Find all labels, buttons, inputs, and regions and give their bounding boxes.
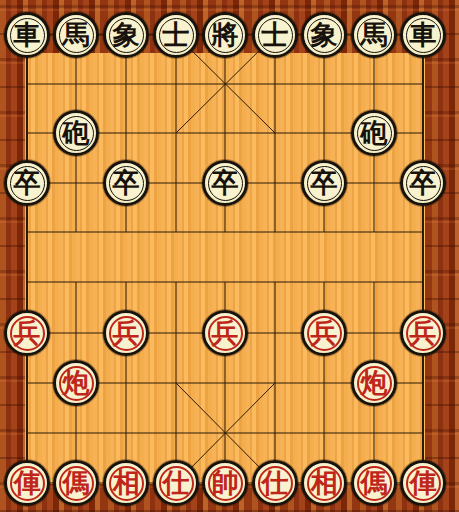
piece-glyph-advisor: 仕 bbox=[156, 463, 196, 503]
piece-red-cannon[interactable]: 炮 bbox=[53, 360, 99, 406]
piece-red-horse[interactable]: 傌 bbox=[351, 460, 397, 506]
piece-glyph-elephant: 象 bbox=[106, 15, 146, 55]
piece-black-soldier[interactable]: 卒 bbox=[301, 160, 347, 206]
piece-glyph-advisor: 仕 bbox=[255, 463, 295, 503]
piece-glyph-soldier: 卒 bbox=[304, 163, 344, 203]
piece-glyph-advisor: 士 bbox=[255, 15, 295, 55]
piece-glyph-elephant: 相 bbox=[304, 463, 344, 503]
piece-glyph-advisor: 士 bbox=[156, 15, 196, 55]
piece-glyph-chariot: 車 bbox=[403, 15, 443, 55]
piece-black-elephant[interactable]: 象 bbox=[301, 12, 347, 58]
piece-glyph-soldier: 卒 bbox=[106, 163, 146, 203]
piece-black-soldier[interactable]: 卒 bbox=[202, 160, 248, 206]
piece-black-elephant[interactable]: 象 bbox=[103, 12, 149, 58]
piece-red-elephant[interactable]: 相 bbox=[301, 460, 347, 506]
piece-glyph-cannon: 炮 bbox=[56, 363, 96, 403]
piece-red-soldier[interactable]: 兵 bbox=[4, 310, 50, 356]
piece-black-soldier[interactable]: 卒 bbox=[103, 160, 149, 206]
piece-glyph-elephant: 象 bbox=[304, 15, 344, 55]
piece-red-soldier[interactable]: 兵 bbox=[103, 310, 149, 356]
piece-glyph-elephant: 相 bbox=[106, 463, 146, 503]
piece-black-cannon[interactable]: 砲 bbox=[53, 110, 99, 156]
piece-black-horse[interactable]: 馬 bbox=[351, 12, 397, 58]
xiangqi-app-window: 車馬象士將士象馬車砲砲卒卒卒卒卒兵兵兵兵兵炮炮俥傌相仕帥仕相傌俥 bbox=[0, 0, 459, 512]
piece-glyph-horse: 傌 bbox=[354, 463, 394, 503]
piece-glyph-chariot: 俥 bbox=[403, 463, 443, 503]
piece-glyph-general: 帥 bbox=[205, 463, 245, 503]
piece-black-soldier[interactable]: 卒 bbox=[400, 160, 446, 206]
piece-glyph-horse: 馬 bbox=[354, 15, 394, 55]
piece-glyph-cannon: 砲 bbox=[56, 113, 96, 153]
piece-black-chariot[interactable]: 車 bbox=[4, 12, 50, 58]
piece-red-soldier[interactable]: 兵 bbox=[301, 310, 347, 356]
piece-red-soldier[interactable]: 兵 bbox=[400, 310, 446, 356]
piece-red-horse[interactable]: 傌 bbox=[53, 460, 99, 506]
piece-red-chariot[interactable]: 俥 bbox=[4, 460, 50, 506]
piece-glyph-cannon: 砲 bbox=[354, 113, 394, 153]
pieces-layer: 車馬象士將士象馬車砲砲卒卒卒卒卒兵兵兵兵兵炮炮俥傌相仕帥仕相傌俥 bbox=[0, 0, 459, 512]
piece-black-advisor[interactable]: 士 bbox=[252, 12, 298, 58]
piece-black-cannon[interactable]: 砲 bbox=[351, 110, 397, 156]
piece-glyph-chariot: 車 bbox=[7, 15, 47, 55]
piece-red-advisor[interactable]: 仕 bbox=[252, 460, 298, 506]
piece-black-soldier[interactable]: 卒 bbox=[4, 160, 50, 206]
piece-glyph-soldier: 兵 bbox=[205, 313, 245, 353]
piece-glyph-horse: 馬 bbox=[56, 15, 96, 55]
piece-red-chariot[interactable]: 俥 bbox=[400, 460, 446, 506]
piece-red-general[interactable]: 帥 bbox=[202, 460, 248, 506]
piece-black-horse[interactable]: 馬 bbox=[53, 12, 99, 58]
piece-red-soldier[interactable]: 兵 bbox=[202, 310, 248, 356]
piece-glyph-general: 將 bbox=[205, 15, 245, 55]
piece-glyph-soldier: 兵 bbox=[304, 313, 344, 353]
piece-glyph-soldier: 兵 bbox=[7, 313, 47, 353]
piece-glyph-soldier: 兵 bbox=[106, 313, 146, 353]
piece-black-general[interactable]: 將 bbox=[202, 12, 248, 58]
piece-glyph-soldier: 卒 bbox=[7, 163, 47, 203]
piece-glyph-chariot: 俥 bbox=[7, 463, 47, 503]
piece-red-elephant[interactable]: 相 bbox=[103, 460, 149, 506]
piece-glyph-soldier: 卒 bbox=[403, 163, 443, 203]
piece-glyph-cannon: 炮 bbox=[354, 363, 394, 403]
piece-red-advisor[interactable]: 仕 bbox=[153, 460, 199, 506]
piece-glyph-soldier: 兵 bbox=[403, 313, 443, 353]
piece-glyph-horse: 傌 bbox=[56, 463, 96, 503]
piece-black-chariot[interactable]: 車 bbox=[400, 12, 446, 58]
piece-black-advisor[interactable]: 士 bbox=[153, 12, 199, 58]
piece-glyph-soldier: 卒 bbox=[205, 163, 245, 203]
piece-red-cannon[interactable]: 炮 bbox=[351, 360, 397, 406]
